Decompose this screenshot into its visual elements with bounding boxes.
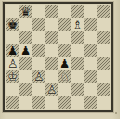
square-g4 [84, 57, 97, 70]
square-c7 [32, 18, 45, 31]
square-f2 [71, 83, 84, 96]
square-d8 [45, 5, 58, 18]
square-a1 [6, 96, 19, 109]
square-f1 [71, 96, 84, 109]
square-b5: ♟ [19, 44, 32, 57]
black-queen-b8: ♛ [20, 5, 31, 18]
white-knight-e3: ♘ [59, 70, 70, 83]
square-h7 [97, 18, 110, 31]
square-d5 [45, 44, 58, 57]
square-h6 [97, 31, 110, 44]
square-g5 [84, 44, 97, 57]
black-king-a7: ♚ [7, 18, 18, 31]
square-b2 [19, 83, 32, 96]
square-h3 [97, 70, 110, 83]
square-d4 [45, 57, 58, 70]
square-e8 [58, 5, 71, 18]
book-page: ♛♚♗♟♟♙♟♔♙♘♙ [0, 0, 120, 119]
square-f6 [71, 31, 84, 44]
square-f4 [71, 57, 84, 70]
square-b8: ♛ [19, 5, 32, 18]
white-pawn-d2: ♙ [46, 83, 57, 96]
square-c2 [32, 83, 45, 96]
square-e1 [58, 96, 71, 109]
square-f7: ♗ [71, 18, 84, 31]
square-h1 [97, 96, 110, 109]
square-f3 [71, 70, 84, 83]
chess-board: ♛♚♗♟♟♙♟♔♙♘♙ [6, 5, 110, 109]
square-h2 [97, 83, 110, 96]
square-b3 [19, 70, 32, 83]
white-pawn-c3: ♙ [33, 70, 44, 83]
square-h8 [97, 5, 110, 18]
square-d2: ♙ [45, 83, 58, 96]
square-d7 [45, 18, 58, 31]
square-g1 [84, 96, 97, 109]
print-speck [115, 112, 117, 114]
white-king-a3: ♔ [7, 70, 18, 83]
square-c5 [32, 44, 45, 57]
square-b7 [19, 18, 32, 31]
square-e7 [58, 18, 71, 31]
square-a3: ♔ [6, 70, 19, 83]
square-g8 [84, 5, 97, 18]
black-pawn-b5: ♟ [20, 44, 31, 57]
square-b4 [19, 57, 32, 70]
square-h4 [97, 57, 110, 70]
square-e3: ♘ [58, 70, 71, 83]
square-d1 [45, 96, 58, 109]
square-e6 [58, 31, 71, 44]
square-h5 [97, 44, 110, 57]
square-d6 [45, 31, 58, 44]
square-a7: ♚ [6, 18, 19, 31]
white-bishop-f7: ♗ [72, 18, 83, 31]
chess-board-frame: ♛♚♗♟♟♙♟♔♙♘♙ [3, 2, 113, 112]
square-g6 [84, 31, 97, 44]
square-b1 [19, 96, 32, 109]
square-g2 [84, 83, 97, 96]
square-f5 [71, 44, 84, 57]
square-a2 [6, 83, 19, 96]
square-c6 [32, 31, 45, 44]
square-c3: ♙ [32, 70, 45, 83]
square-g7 [84, 18, 97, 31]
square-c8 [32, 5, 45, 18]
square-c1 [32, 96, 45, 109]
square-g3 [84, 70, 97, 83]
square-e2 [58, 83, 71, 96]
